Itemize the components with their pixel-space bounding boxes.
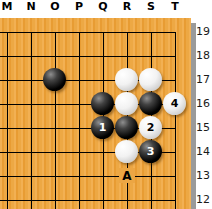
stone-R16[interactable] (115, 92, 138, 115)
row-label-15: 15 (196, 121, 212, 135)
col-label-T: T (166, 0, 184, 14)
row-label-14: 14 (196, 145, 212, 159)
stone-Q15[interactable]: 1 (91, 116, 114, 139)
move-number-2: 2 (147, 121, 155, 134)
move-number-1: 1 (99, 121, 107, 134)
row-label-19: 19 (196, 25, 212, 39)
col-label-O: O (46, 0, 64, 14)
move-number-4: 4 (171, 97, 179, 110)
grid-hline-12 (0, 200, 176, 201)
go-diagram: MNOPQRST 1918171615141312 4123A (0, 0, 212, 209)
col-label-P: P (70, 0, 88, 14)
grid-hline-19 (0, 32, 176, 33)
marker-A-R13[interactable]: A (119, 168, 135, 183)
go-board[interactable] (0, 18, 191, 209)
grid-hline-13 (0, 176, 176, 177)
stone-R15[interactable] (115, 116, 138, 139)
row-label-13: 13 (196, 169, 212, 183)
stone-S14[interactable]: 3 (139, 140, 162, 163)
stone-R17[interactable] (115, 68, 138, 91)
stone-S16[interactable] (139, 92, 162, 115)
stone-R14[interactable] (115, 140, 138, 163)
col-label-S: S (142, 0, 160, 14)
row-label-18: 18 (196, 49, 212, 63)
stone-Q16[interactable] (91, 92, 114, 115)
stone-S15[interactable]: 2 (139, 116, 162, 139)
col-label-N: N (22, 0, 40, 14)
col-label-Q: Q (94, 0, 112, 14)
col-label-R: R (118, 0, 136, 14)
grid-vline-O (55, 32, 56, 209)
grid-vline-T (175, 32, 176, 209)
grid-vline-M (7, 32, 8, 209)
stone-O17[interactable] (43, 68, 66, 91)
row-label-16: 16 (196, 97, 212, 111)
row-label-17: 17 (196, 73, 212, 87)
grid-vline-P (79, 32, 80, 209)
stone-S17[interactable] (139, 68, 162, 91)
row-label-12: 12 (196, 193, 212, 207)
stone-T16[interactable]: 4 (163, 92, 186, 115)
move-number-3: 3 (147, 145, 155, 158)
col-label-M: M (0, 0, 16, 14)
grid-hline-18 (0, 56, 176, 57)
grid-vline-N (31, 32, 32, 209)
